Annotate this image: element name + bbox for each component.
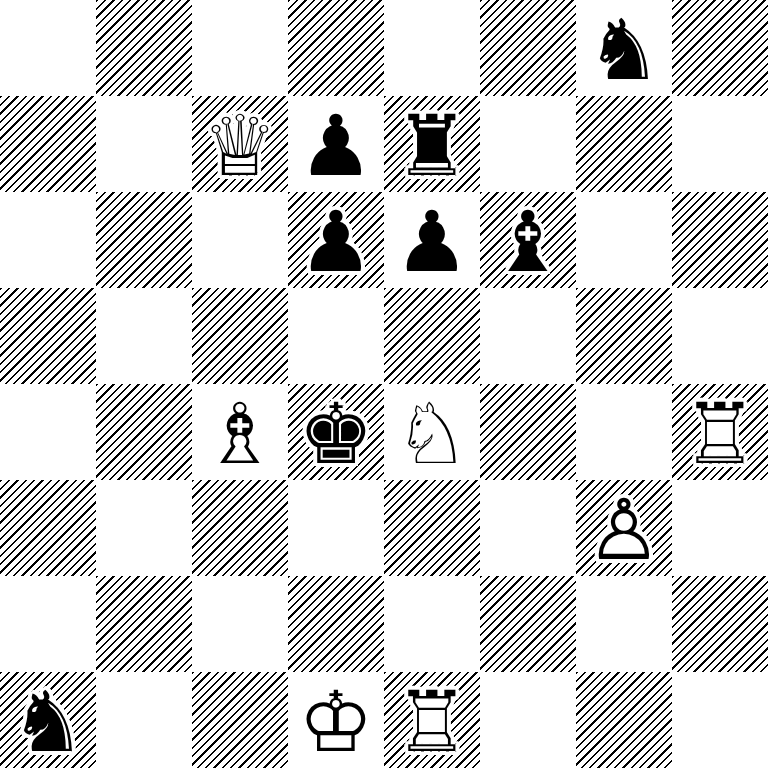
black-pawn-icon: ♟	[288, 98, 384, 194]
square-b8[interactable]	[96, 0, 192, 96]
white-knight-halo: ♞	[384, 386, 480, 482]
black-pawn-icon: ♟	[384, 194, 480, 290]
square-b1[interactable]	[96, 672, 192, 768]
square-h4[interactable]: ♜♖	[672, 384, 768, 480]
square-f4[interactable]	[480, 384, 576, 480]
square-a7[interactable]	[0, 96, 96, 192]
square-d8[interactable]	[288, 0, 384, 96]
square-a6[interactable]	[0, 192, 96, 288]
white-rook-halo: ♜	[672, 386, 768, 482]
square-f8[interactable]	[480, 0, 576, 96]
square-a5[interactable]	[0, 288, 96, 384]
black-knight-halo: ♞	[0, 674, 96, 768]
square-h8[interactable]	[672, 0, 768, 96]
white-pawn-halo: ♟	[576, 482, 672, 578]
square-g5[interactable]	[576, 288, 672, 384]
square-h3[interactable]	[672, 480, 768, 576]
square-h2[interactable]	[672, 576, 768, 672]
square-h7[interactable]	[672, 96, 768, 192]
black-bishop-halo: ♝	[480, 194, 576, 290]
square-b5[interactable]	[96, 288, 192, 384]
square-c1[interactable]	[192, 672, 288, 768]
square-e6[interactable]: ♟♟	[384, 192, 480, 288]
square-f7[interactable]	[480, 96, 576, 192]
black-bishop-icon: ♝	[480, 194, 576, 290]
black-rook-halo: ♜	[384, 98, 480, 194]
square-h6[interactable]	[672, 192, 768, 288]
square-c6[interactable]	[192, 192, 288, 288]
square-a8[interactable]	[0, 0, 96, 96]
square-a4[interactable]	[0, 384, 96, 480]
black-knight-icon: ♞	[576, 2, 672, 98]
white-bishop-halo: ♝	[192, 386, 288, 482]
square-b2[interactable]	[96, 576, 192, 672]
square-e7[interactable]: ♜♜	[384, 96, 480, 192]
square-g8[interactable]: ♞♞	[576, 0, 672, 96]
square-d1[interactable]: ♚♔	[288, 672, 384, 768]
square-d6[interactable]: ♟♟	[288, 192, 384, 288]
white-pawn-icon: ♙	[576, 482, 672, 578]
square-g7[interactable]	[576, 96, 672, 192]
white-rook-icon: ♖	[384, 674, 480, 768]
white-king-halo: ♚	[288, 674, 384, 768]
black-king-halo: ♚	[288, 386, 384, 482]
square-d2[interactable]	[288, 576, 384, 672]
square-g2[interactable]	[576, 576, 672, 672]
black-pawn-icon: ♟	[288, 194, 384, 290]
square-f2[interactable]	[480, 576, 576, 672]
white-bishop-icon: ♗	[192, 386, 288, 482]
square-c5[interactable]	[192, 288, 288, 384]
white-rook-halo: ♜	[384, 674, 480, 768]
white-knight-icon: ♘	[384, 386, 480, 482]
black-pawn-halo: ♟	[288, 194, 384, 290]
square-f1[interactable]	[480, 672, 576, 768]
square-e3[interactable]	[384, 480, 480, 576]
square-b7[interactable]	[96, 96, 192, 192]
square-c8[interactable]	[192, 0, 288, 96]
white-queen-halo: ♛	[192, 98, 288, 194]
square-g3[interactable]: ♟♙	[576, 480, 672, 576]
black-king-icon: ♚	[288, 386, 384, 482]
square-h1[interactable]	[672, 672, 768, 768]
square-g6[interactable]	[576, 192, 672, 288]
square-h5[interactable]	[672, 288, 768, 384]
black-knight-halo: ♞	[576, 2, 672, 98]
square-b4[interactable]	[96, 384, 192, 480]
square-e2[interactable]	[384, 576, 480, 672]
square-c4[interactable]: ♝♗	[192, 384, 288, 480]
square-c7[interactable]: ♛♕	[192, 96, 288, 192]
square-d5[interactable]	[288, 288, 384, 384]
square-a2[interactable]	[0, 576, 96, 672]
square-f5[interactable]	[480, 288, 576, 384]
square-g1[interactable]	[576, 672, 672, 768]
black-rook-icon: ♜	[384, 98, 480, 194]
square-c3[interactable]	[192, 480, 288, 576]
square-e1[interactable]: ♜♖	[384, 672, 480, 768]
square-b3[interactable]	[96, 480, 192, 576]
square-c2[interactable]	[192, 576, 288, 672]
white-queen-icon: ♕	[192, 98, 288, 194]
black-pawn-halo: ♟	[288, 98, 384, 194]
white-king-icon: ♔	[288, 674, 384, 768]
white-rook-icon: ♖	[672, 386, 768, 482]
square-e4[interactable]: ♞♘	[384, 384, 480, 480]
black-knight-icon: ♞	[0, 674, 96, 768]
square-a1[interactable]: ♞♞	[0, 672, 96, 768]
square-d7[interactable]: ♟♟	[288, 96, 384, 192]
square-f6[interactable]: ♝♝	[480, 192, 576, 288]
square-d4[interactable]: ♚♚	[288, 384, 384, 480]
square-e5[interactable]	[384, 288, 480, 384]
square-g4[interactable]	[576, 384, 672, 480]
black-pawn-halo: ♟	[384, 194, 480, 290]
square-b6[interactable]	[96, 192, 192, 288]
square-d3[interactable]	[288, 480, 384, 576]
square-a3[interactable]	[0, 480, 96, 576]
square-f3[interactable]	[480, 480, 576, 576]
square-e8[interactable]	[384, 0, 480, 96]
chess-board: ♞♞♛♕♟♟♜♜♟♟♟♟♝♝♝♗♚♚♞♘♜♖♟♙♞♞♚♔♜♖	[0, 0, 768, 768]
